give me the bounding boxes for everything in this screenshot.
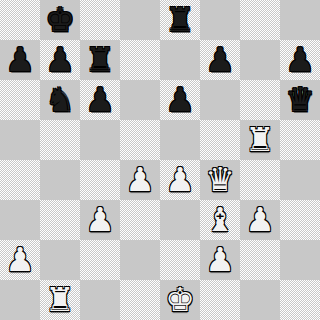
- square-c5[interactable]: [80, 120, 120, 160]
- piece-white-pawn[interactable]: ♟: [245, 200, 275, 240]
- square-e5[interactable]: [160, 120, 200, 160]
- square-f3[interactable]: ♝: [200, 200, 240, 240]
- square-d8[interactable]: [120, 0, 160, 40]
- square-f1[interactable]: [200, 280, 240, 320]
- piece-black-rook[interactable]: ♜: [85, 40, 115, 80]
- square-h1[interactable]: [280, 280, 320, 320]
- square-f6[interactable]: [200, 80, 240, 120]
- square-f2[interactable]: ♟: [200, 240, 240, 280]
- square-b6[interactable]: ♞: [40, 80, 80, 120]
- square-f4[interactable]: ♛: [200, 160, 240, 200]
- square-c6[interactable]: ♟: [80, 80, 120, 120]
- piece-white-rook[interactable]: ♜: [245, 120, 275, 160]
- square-g5[interactable]: ♜: [240, 120, 280, 160]
- piece-black-queen[interactable]: ♛: [285, 80, 315, 120]
- square-a4[interactable]: [0, 160, 40, 200]
- square-h3[interactable]: [280, 200, 320, 240]
- piece-black-pawn[interactable]: ♟: [205, 40, 235, 80]
- square-e1[interactable]: ♚: [160, 280, 200, 320]
- piece-white-bishop[interactable]: ♝: [205, 200, 235, 240]
- square-g6[interactable]: [240, 80, 280, 120]
- square-a7[interactable]: ♟: [0, 40, 40, 80]
- square-g7[interactable]: [240, 40, 280, 80]
- piece-black-knight[interactable]: ♞: [45, 80, 75, 120]
- square-g1[interactable]: [240, 280, 280, 320]
- piece-black-pawn[interactable]: ♟: [85, 80, 115, 120]
- square-e8[interactable]: ♜: [160, 0, 200, 40]
- square-h6[interactable]: ♛: [280, 80, 320, 120]
- square-b5[interactable]: [40, 120, 80, 160]
- square-g8[interactable]: [240, 0, 280, 40]
- piece-white-pawn[interactable]: ♟: [125, 160, 155, 200]
- piece-white-rook[interactable]: ♜: [45, 280, 75, 320]
- square-a1[interactable]: [0, 280, 40, 320]
- square-d4[interactable]: ♟: [120, 160, 160, 200]
- piece-black-rook[interactable]: ♜: [165, 0, 195, 40]
- piece-white-pawn[interactable]: ♟: [85, 200, 115, 240]
- piece-black-pawn[interactable]: ♟: [45, 40, 75, 80]
- square-b4[interactable]: [40, 160, 80, 200]
- chess-board: ♚♜♟♟♜♟♟♞♟♟♛♜♟♟♛♟♝♟♟♟♜♚: [0, 0, 320, 320]
- square-b2[interactable]: [40, 240, 80, 280]
- square-d6[interactable]: [120, 80, 160, 120]
- square-h5[interactable]: [280, 120, 320, 160]
- square-f8[interactable]: [200, 0, 240, 40]
- square-e2[interactable]: [160, 240, 200, 280]
- piece-white-queen[interactable]: ♛: [205, 160, 235, 200]
- piece-white-pawn[interactable]: ♟: [5, 240, 35, 280]
- square-c7[interactable]: ♜: [80, 40, 120, 80]
- piece-black-pawn[interactable]: ♟: [285, 40, 315, 80]
- square-h8[interactable]: [280, 0, 320, 40]
- square-a2[interactable]: ♟: [0, 240, 40, 280]
- square-b7[interactable]: ♟: [40, 40, 80, 80]
- square-h2[interactable]: [280, 240, 320, 280]
- square-a8[interactable]: [0, 0, 40, 40]
- square-b3[interactable]: [40, 200, 80, 240]
- piece-black-pawn[interactable]: ♟: [5, 40, 35, 80]
- square-e4[interactable]: ♟: [160, 160, 200, 200]
- piece-white-king[interactable]: ♚: [165, 280, 195, 320]
- square-c1[interactable]: [80, 280, 120, 320]
- square-d1[interactable]: [120, 280, 160, 320]
- square-g4[interactable]: [240, 160, 280, 200]
- square-a6[interactable]: [0, 80, 40, 120]
- square-f7[interactable]: ♟: [200, 40, 240, 80]
- square-d7[interactable]: [120, 40, 160, 80]
- piece-black-king[interactable]: ♚: [45, 0, 75, 40]
- square-c8[interactable]: [80, 0, 120, 40]
- square-e7[interactable]: [160, 40, 200, 80]
- square-c2[interactable]: [80, 240, 120, 280]
- piece-black-pawn[interactable]: ♟: [165, 80, 195, 120]
- square-g3[interactable]: ♟: [240, 200, 280, 240]
- square-b8[interactable]: ♚: [40, 0, 80, 40]
- square-g2[interactable]: [240, 240, 280, 280]
- square-c4[interactable]: [80, 160, 120, 200]
- piece-white-pawn[interactable]: ♟: [205, 240, 235, 280]
- square-e6[interactable]: ♟: [160, 80, 200, 120]
- square-d3[interactable]: [120, 200, 160, 240]
- square-f5[interactable]: [200, 120, 240, 160]
- square-d2[interactable]: [120, 240, 160, 280]
- square-a3[interactable]: [0, 200, 40, 240]
- square-e3[interactable]: [160, 200, 200, 240]
- square-h7[interactable]: ♟: [280, 40, 320, 80]
- square-d5[interactable]: [120, 120, 160, 160]
- piece-white-pawn[interactable]: ♟: [165, 160, 195, 200]
- square-b1[interactable]: ♜: [40, 280, 80, 320]
- square-h4[interactable]: [280, 160, 320, 200]
- square-c3[interactable]: ♟: [80, 200, 120, 240]
- square-a5[interactable]: [0, 120, 40, 160]
